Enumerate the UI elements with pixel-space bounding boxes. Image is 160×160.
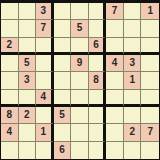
- cell-r3c6[interactable]: 6: [89, 38, 107, 55]
- cell-r4c6[interactable]: [89, 55, 107, 72]
- cell-r5c8[interactable]: 1: [124, 72, 142, 89]
- cell-r9c3[interactable]: [36, 142, 54, 159]
- cell-r4c5[interactable]: 9: [71, 55, 89, 72]
- cell-r2c1[interactable]: [1, 20, 19, 37]
- cell-r6c8[interactable]: [124, 90, 142, 107]
- cell-r9c7[interactable]: [106, 142, 124, 159]
- cell-r3c7[interactable]: [106, 38, 124, 55]
- cell-r8c3[interactable]: 1: [36, 124, 54, 141]
- cell-r1c7[interactable]: 7: [106, 3, 124, 20]
- cell-r7c4[interactable]: 5: [54, 107, 72, 124]
- cell-r3c4[interactable]: [54, 38, 72, 55]
- cell-r7c5[interactable]: [71, 107, 89, 124]
- cell-r1c3[interactable]: 3: [36, 3, 54, 20]
- sudoku-board: 37175265943381482541276: [1, 3, 159, 159]
- cell-r3c9[interactable]: [141, 38, 159, 55]
- cell-r5c6[interactable]: 8: [89, 72, 107, 89]
- cell-r4c3[interactable]: [36, 55, 54, 72]
- cell-r1c6[interactable]: [89, 3, 107, 20]
- cell-r8c1[interactable]: 4: [1, 124, 19, 141]
- cell-r9c2[interactable]: [19, 142, 37, 159]
- cell-r7c6[interactable]: [89, 107, 107, 124]
- cell-r1c9[interactable]: 1: [141, 3, 159, 20]
- cell-r2c8[interactable]: [124, 20, 142, 37]
- cell-r8c6[interactable]: [89, 124, 107, 141]
- cell-r6c4[interactable]: [54, 90, 72, 107]
- cell-r1c5[interactable]: [71, 3, 89, 20]
- cell-r9c8[interactable]: [124, 142, 142, 159]
- cell-r6c1[interactable]: [1, 90, 19, 107]
- cell-r5c4[interactable]: [54, 72, 72, 89]
- cell-r8c5[interactable]: [71, 124, 89, 141]
- cell-r7c9[interactable]: [141, 107, 159, 124]
- cell-r7c2[interactable]: 2: [19, 107, 37, 124]
- cell-r6c7[interactable]: [106, 90, 124, 107]
- cell-r2c6[interactable]: [89, 20, 107, 37]
- cell-r7c8[interactable]: [124, 107, 142, 124]
- cell-r7c7[interactable]: [106, 107, 124, 124]
- cell-r4c2[interactable]: 5: [19, 55, 37, 72]
- cell-r5c7[interactable]: [106, 72, 124, 89]
- cell-r5c2[interactable]: 3: [19, 72, 37, 89]
- cell-r6c6[interactable]: [89, 90, 107, 107]
- cell-r9c5[interactable]: [71, 142, 89, 159]
- cell-r3c5[interactable]: [71, 38, 89, 55]
- cell-r4c4[interactable]: [54, 55, 72, 72]
- cell-r3c1[interactable]: 2: [1, 38, 19, 55]
- cell-r2c4[interactable]: [54, 20, 72, 37]
- cell-r2c5[interactable]: 5: [71, 20, 89, 37]
- cell-r2c2[interactable]: [19, 20, 37, 37]
- cell-r4c7[interactable]: 4: [106, 55, 124, 72]
- cell-r5c9[interactable]: [141, 72, 159, 89]
- cell-r8c7[interactable]: [106, 124, 124, 141]
- cell-r5c3[interactable]: [36, 72, 54, 89]
- cell-r6c9[interactable]: [141, 90, 159, 107]
- cell-r5c5[interactable]: [71, 72, 89, 89]
- cell-r3c3[interactable]: [36, 38, 54, 55]
- cell-r6c2[interactable]: [19, 90, 37, 107]
- cell-r2c7[interactable]: [106, 20, 124, 37]
- cell-r7c3[interactable]: [36, 107, 54, 124]
- cell-r3c2[interactable]: [19, 38, 37, 55]
- cell-r8c2[interactable]: [19, 124, 37, 141]
- cell-r4c9[interactable]: [141, 55, 159, 72]
- cell-r6c3[interactable]: 4: [36, 90, 54, 107]
- cell-r8c9[interactable]: 7: [141, 124, 159, 141]
- cell-r9c1[interactable]: [1, 142, 19, 159]
- cell-r8c8[interactable]: 2: [124, 124, 142, 141]
- cell-r6c5[interactable]: [71, 90, 89, 107]
- cell-r2c9[interactable]: [141, 20, 159, 37]
- cell-r9c6[interactable]: [89, 142, 107, 159]
- cell-r9c9[interactable]: [141, 142, 159, 159]
- cell-r5c1[interactable]: [1, 72, 19, 89]
- cell-r1c1[interactable]: [1, 3, 19, 20]
- cell-r2c3[interactable]: 7: [36, 20, 54, 37]
- sudoku-board-frame: 37175265943381482541276: [0, 0, 160, 160]
- cell-r3c8[interactable]: [124, 38, 142, 55]
- cell-r7c1[interactable]: 8: [1, 107, 19, 124]
- cell-r9c4[interactable]: 6: [54, 142, 72, 159]
- cell-r1c8[interactable]: [124, 3, 142, 20]
- cell-r8c4[interactable]: [54, 124, 72, 141]
- cell-r4c8[interactable]: 3: [124, 55, 142, 72]
- cell-r1c4[interactable]: [54, 3, 72, 20]
- cell-r4c1[interactable]: [1, 55, 19, 72]
- cell-r1c2[interactable]: [19, 3, 37, 20]
